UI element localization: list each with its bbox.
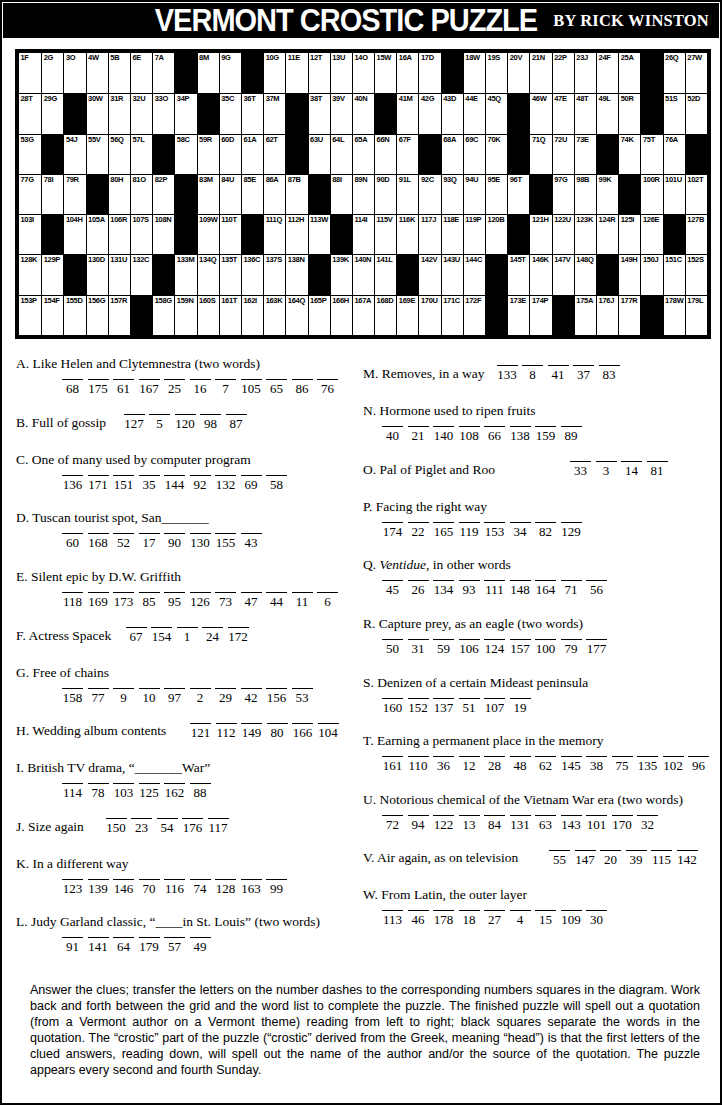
grid-cell-47E[interactable]: 47E <box>552 93 574 133</box>
grid-cell-114I[interactable]: 114I <box>352 214 374 254</box>
answer-cell-71[interactable]: 71 <box>561 580 582 597</box>
answer-cell-63[interactable]: 63 <box>535 815 556 832</box>
answer-cell-140[interactable]: 140 <box>433 426 454 443</box>
grid-cell-66N[interactable]: 66N <box>374 134 396 174</box>
answer-cell-20[interactable]: 20 <box>600 850 621 867</box>
answer-cell-69[interactable]: 69 <box>241 475 262 492</box>
answer-cell-131[interactable]: 131 <box>510 815 531 832</box>
grid-cell-16A[interactable]: 16A <box>396 53 418 93</box>
answer-cell-168[interactable]: 168 <box>88 533 109 550</box>
grid-cell-81O[interactable]: 81O <box>130 174 152 214</box>
answer-cell-174[interactable]: 174 <box>382 522 403 539</box>
answer-cell-84[interactable]: 84 <box>484 815 505 832</box>
grid-cell-117J[interactable]: 117J <box>418 214 440 254</box>
answer-cell-61[interactable]: 61 <box>113 379 134 396</box>
answer-cell-151[interactable]: 151 <box>113 475 134 492</box>
answer-cell-105[interactable]: 105 <box>241 379 262 396</box>
grid-cell-22P[interactable]: 22P <box>552 53 574 93</box>
answer-cell-43[interactable]: 43 <box>241 533 262 550</box>
answer-cell-141[interactable]: 141 <box>88 937 109 954</box>
grid-cell-123K[interactable]: 123K <box>574 214 596 254</box>
answer-cell-39[interactable]: 39 <box>626 850 647 867</box>
answer-cell-98[interactable]: 98 <box>200 414 221 431</box>
answer-cell-169[interactable]: 169 <box>88 592 109 609</box>
answer-cell-163[interactable]: 163 <box>241 879 262 896</box>
answer-cell-33[interactable]: 33 <box>570 461 591 478</box>
grid-cell-90D[interactable]: 90D <box>374 174 396 214</box>
grid-cell-157R[interactable]: 157R <box>108 295 130 335</box>
answer-cell-112[interactable]: 112 <box>216 723 237 740</box>
answer-cell-41[interactable]: 41 <box>548 365 569 382</box>
grid-cell-149H[interactable]: 149H <box>618 254 640 294</box>
grid-cell-105A[interactable]: 105A <box>86 214 108 254</box>
grid-cell-126E[interactable]: 126E <box>640 214 662 254</box>
grid-cell-85E[interactable]: 85E <box>241 174 263 214</box>
answer-cell-104[interactable]: 104 <box>318 723 339 740</box>
grid-cell-131U[interactable]: 131U <box>108 254 130 294</box>
answer-cell-50[interactable]: 50 <box>382 639 403 656</box>
grid-cell-112H[interactable]: 112H <box>285 214 307 254</box>
grid-cell-98B[interactable]: 98B <box>574 174 596 214</box>
answer-cell-56[interactable]: 56 <box>586 580 607 597</box>
grid-cell-14O[interactable]: 14O <box>352 53 374 93</box>
grid-cell-164Q[interactable]: 164Q <box>285 295 307 335</box>
grid-cell-65A[interactable]: 65A <box>352 134 374 174</box>
grid-cell-20V[interactable]: 20V <box>507 53 529 93</box>
answer-cell-145[interactable]: 145 <box>561 756 582 773</box>
grid-cell-166H[interactable]: 166H <box>330 295 352 335</box>
answer-cell-14[interactable]: 14 <box>621 461 642 478</box>
answer-cell-30[interactable]: 30 <box>586 910 607 927</box>
answer-cell-2[interactable]: 2 <box>190 688 211 705</box>
grid-cell-41M[interactable]: 41M <box>396 93 418 133</box>
answer-cell-97[interactable]: 97 <box>164 688 185 705</box>
answer-cell-54[interactable]: 54 <box>157 818 178 835</box>
grid-cell-116K[interactable]: 116K <box>396 214 418 254</box>
grid-cell-103I[interactable]: 103I <box>19 214 41 254</box>
grid-cell-140N[interactable]: 140N <box>352 254 374 294</box>
answer-cell-110[interactable]: 110 <box>408 756 429 773</box>
answer-cell-142[interactable]: 142 <box>677 850 698 867</box>
grid-cell-84U[interactable]: 84U <box>219 174 241 214</box>
answer-cell-9[interactable]: 9 <box>113 688 134 705</box>
answer-cell-12[interactable]: 12 <box>459 756 480 773</box>
grid-cell-63U[interactable]: 63U <box>308 134 330 174</box>
answer-cell-3[interactable]: 3 <box>596 461 617 478</box>
answer-cell-114[interactable]: 114 <box>62 783 83 800</box>
grid-cell-23J[interactable]: 23J <box>574 53 596 93</box>
answer-cell-57[interactable]: 57 <box>164 937 185 954</box>
answer-cell-86[interactable]: 86 <box>292 379 313 396</box>
answer-cell-125[interactable]: 125 <box>139 783 160 800</box>
answer-cell-155[interactable]: 155 <box>215 533 236 550</box>
answer-cell-37[interactable]: 37 <box>573 365 594 382</box>
answer-cell-27[interactable]: 27 <box>484 910 505 927</box>
answer-cell-96[interactable]: 96 <box>688 756 709 773</box>
grid-cell-167A[interactable]: 167A <box>352 295 374 335</box>
answer-cell-177[interactable]: 177 <box>586 639 607 656</box>
answer-cell-28[interactable]: 28 <box>484 756 505 773</box>
answer-cell-13[interactable]: 13 <box>459 815 480 832</box>
answer-cell-19[interactable]: 19 <box>510 698 531 715</box>
answer-cell-89[interactable]: 89 <box>561 426 582 443</box>
grid-cell-40N[interactable]: 40N <box>352 93 374 133</box>
grid-cell-172F[interactable]: 172F <box>463 295 485 335</box>
answer-cell-171[interactable]: 171 <box>88 475 109 492</box>
answer-cell-72[interactable]: 72 <box>382 815 403 832</box>
answer-cell-120[interactable]: 120 <box>175 414 196 431</box>
grid-cell-64L[interactable]: 64L <box>330 134 352 174</box>
answer-cell-16[interactable]: 16 <box>190 379 211 396</box>
grid-cell-50R[interactable]: 50R <box>618 93 640 133</box>
grid-cell-144C[interactable]: 144C <box>463 254 485 294</box>
answer-cell-38[interactable]: 38 <box>586 756 607 773</box>
grid-cell-133M[interactable]: 133M <box>174 254 196 294</box>
grid-cell-18W[interactable]: 18W <box>463 53 485 93</box>
answer-cell-40[interactable]: 40 <box>382 426 403 443</box>
answer-cell-93[interactable]: 93 <box>459 580 480 597</box>
grid-cell-110T[interactable]: 110T <box>219 214 241 254</box>
answer-cell-31[interactable]: 31 <box>408 639 429 656</box>
grid-cell-72U[interactable]: 72U <box>552 134 574 174</box>
answer-cell-117[interactable]: 117 <box>208 818 229 835</box>
grid-cell-74K[interactable]: 74K <box>618 134 640 174</box>
grid-cell-142V[interactable]: 142V <box>418 254 440 294</box>
grid-cell-7A[interactable]: 7A <box>152 53 174 93</box>
answer-cell-138[interactable]: 138 <box>510 426 531 443</box>
answer-cell-92[interactable]: 92 <box>190 475 211 492</box>
grid-cell-71Q[interactable]: 71Q <box>529 134 551 174</box>
grid-cell-109W[interactable]: 109W <box>197 214 219 254</box>
grid-cell-57L[interactable]: 57L <box>130 134 152 174</box>
answer-cell-68[interactable]: 68 <box>62 379 83 396</box>
grid-cell-162I[interactable]: 162I <box>241 295 263 335</box>
grid-cell-24F[interactable]: 24F <box>596 53 618 93</box>
grid-cell-154F[interactable]: 154F <box>41 295 63 335</box>
answer-cell-129[interactable]: 129 <box>561 522 582 539</box>
answer-cell-176[interactable]: 176 <box>182 818 203 835</box>
answer-cell-62[interactable]: 62 <box>535 756 556 773</box>
answer-cell-82[interactable]: 82 <box>535 522 556 539</box>
grid-cell-62T[interactable]: 62T <box>263 134 285 174</box>
answer-cell-102[interactable]: 102 <box>663 756 684 773</box>
answer-cell-1[interactable]: 1 <box>177 627 198 644</box>
answer-cell-17[interactable]: 17 <box>139 533 160 550</box>
answer-cell-106[interactable]: 106 <box>459 639 480 656</box>
answer-cell-70[interactable]: 70 <box>139 879 160 896</box>
grid-cell-130D[interactable]: 130D <box>86 254 108 294</box>
grid-cell-92C[interactable]: 92C <box>418 174 440 214</box>
answer-cell-179[interactable]: 179 <box>139 937 160 954</box>
answer-cell-64[interactable]: 64 <box>113 937 134 954</box>
grid-cell-175A[interactable]: 175A <box>574 295 596 335</box>
answer-cell-121[interactable]: 121 <box>190 723 211 740</box>
grid-cell-174P[interactable]: 174P <box>529 295 551 335</box>
answer-cell-137[interactable]: 137 <box>433 698 454 715</box>
grid-cell-61A[interactable]: 61A <box>241 134 263 174</box>
answer-cell-48[interactable]: 48 <box>510 756 531 773</box>
grid-cell-32U[interactable]: 32U <box>130 93 152 133</box>
grid-cell-124R[interactable]: 124R <box>596 214 618 254</box>
answer-cell-79[interactable]: 79 <box>561 639 582 656</box>
grid-cell-43D[interactable]: 43D <box>441 93 463 133</box>
grid-cell-138N[interactable]: 138N <box>285 254 307 294</box>
answer-cell-47[interactable]: 47 <box>241 592 262 609</box>
grid-cell-95E[interactable]: 95E <box>485 174 507 214</box>
grid-cell-101U[interactable]: 101U <box>663 174 685 214</box>
grid-cell-55V[interactable]: 55V <box>86 134 108 174</box>
answer-cell-6[interactable]: 6 <box>317 592 338 609</box>
answer-cell-143[interactable]: 143 <box>561 815 582 832</box>
grid-cell-94U[interactable]: 94U <box>463 174 485 214</box>
grid-cell-28T[interactable]: 28T <box>19 93 41 133</box>
grid-cell-19S[interactable]: 19S <box>485 53 507 93</box>
grid-cell-53G[interactable]: 53G <box>19 134 41 174</box>
grid-cell-143U[interactable]: 143U <box>441 254 463 294</box>
answer-cell-24[interactable]: 24 <box>202 627 223 644</box>
answer-cell-26[interactable]: 26 <box>408 580 429 597</box>
grid-cell-99K[interactable]: 99K <box>596 174 618 214</box>
answer-cell-23[interactable]: 23 <box>131 818 152 835</box>
answer-cell-36[interactable]: 36 <box>433 756 454 773</box>
grid-cell-177R[interactable]: 177R <box>618 295 640 335</box>
answer-cell-74[interactable]: 74 <box>190 879 211 896</box>
grid-cell-3O[interactable]: 3O <box>63 53 85 93</box>
grid-cell-108N[interactable]: 108N <box>152 214 174 254</box>
answer-cell-156[interactable]: 156 <box>266 688 287 705</box>
answer-cell-164[interactable]: 164 <box>535 580 556 597</box>
grid-cell-115V[interactable]: 115V <box>374 214 396 254</box>
answer-cell-144[interactable]: 144 <box>164 475 185 492</box>
answer-cell-73[interactable]: 73 <box>215 592 236 609</box>
grid-cell-159N[interactable]: 159N <box>174 295 196 335</box>
answer-cell-58[interactable]: 58 <box>266 475 287 492</box>
answer-cell-146[interactable]: 146 <box>113 879 134 896</box>
answer-cell-15[interactable]: 15 <box>535 910 556 927</box>
answer-cell-42[interactable]: 42 <box>241 688 262 705</box>
answer-cell-59[interactable]: 59 <box>433 639 454 656</box>
answer-cell-134[interactable]: 134 <box>433 580 454 597</box>
answer-cell-75[interactable]: 75 <box>612 756 633 773</box>
grid-cell-147V[interactable]: 147V <box>552 254 574 294</box>
answer-cell-95[interactable]: 95 <box>164 592 185 609</box>
answer-cell-148[interactable]: 148 <box>510 580 531 597</box>
answer-cell-130[interactable]: 130 <box>190 533 211 550</box>
grid-cell-54J[interactable]: 54J <box>63 134 85 174</box>
grid-cell-79R[interactable]: 79R <box>63 174 85 214</box>
answer-cell-32[interactable]: 32 <box>637 815 658 832</box>
grid-cell-12T[interactable]: 12T <box>308 53 330 93</box>
grid-cell-80H[interactable]: 80H <box>108 174 130 214</box>
grid-cell-6E[interactable]: 6E <box>130 53 152 93</box>
grid-cell-134Q[interactable]: 134Q <box>197 254 219 294</box>
grid-cell-100R[interactable]: 100R <box>640 174 662 214</box>
answer-cell-53[interactable]: 53 <box>292 688 313 705</box>
grid-cell-75T[interactable]: 75T <box>640 134 662 174</box>
grid-cell-113W[interactable]: 113W <box>308 214 330 254</box>
grid-cell-127B[interactable]: 127B <box>685 214 707 254</box>
grid-cell-49L[interactable]: 49L <box>596 93 618 133</box>
answer-cell-122[interactable]: 122 <box>433 815 454 832</box>
answer-cell-108[interactable]: 108 <box>459 426 480 443</box>
grid-cell-77G[interactable]: 77G <box>19 174 41 214</box>
answer-cell-167[interactable]: 167 <box>139 379 160 396</box>
grid-cell-15W[interactable]: 15W <box>374 53 396 93</box>
grid-cell-76A[interactable]: 76A <box>663 134 685 174</box>
grid-cell-1F[interactable]: 1F <box>19 53 41 93</box>
grid-cell-148Q[interactable]: 148Q <box>574 254 596 294</box>
grid-cell-97G[interactable]: 97G <box>552 174 574 214</box>
grid-cell-45Q[interactable]: 45Q <box>485 93 507 133</box>
grid-cell-25A[interactable]: 25A <box>618 53 640 93</box>
answer-cell-55[interactable]: 55 <box>549 850 570 867</box>
grid-cell-39V[interactable]: 39V <box>330 93 352 133</box>
answer-cell-147[interactable]: 147 <box>575 850 596 867</box>
answer-cell-139[interactable]: 139 <box>88 879 109 896</box>
answer-cell-90[interactable]: 90 <box>164 533 185 550</box>
answer-cell-78[interactable]: 78 <box>88 783 109 800</box>
answer-cell-116[interactable]: 116 <box>164 879 185 896</box>
grid-cell-36T[interactable]: 36T <box>241 93 263 133</box>
answer-cell-178[interactable]: 178 <box>433 910 454 927</box>
answer-cell-128[interactable]: 128 <box>215 879 236 896</box>
grid-cell-11E[interactable]: 11E <box>285 53 307 93</box>
grid-cell-51S[interactable]: 51S <box>663 93 685 133</box>
answer-cell-153[interactable]: 153 <box>484 522 505 539</box>
grid-cell-59R[interactable]: 59R <box>197 134 219 174</box>
grid-cell-86A[interactable]: 86A <box>263 174 285 214</box>
answer-cell-18[interactable]: 18 <box>459 910 480 927</box>
grid-cell-46W[interactable]: 46W <box>529 93 551 133</box>
grid-cell-10G[interactable]: 10G <box>263 53 285 93</box>
grid-cell-104H[interactable]: 104H <box>63 214 85 254</box>
grid-cell-38T[interactable]: 38T <box>308 93 330 133</box>
grid-cell-141L[interactable]: 141L <box>374 254 396 294</box>
grid-cell-13U[interactable]: 13U <box>330 53 352 93</box>
answer-cell-165[interactable]: 165 <box>433 522 454 539</box>
grid-cell-179L[interactable]: 179L <box>685 295 707 335</box>
answer-cell-34[interactable]: 34 <box>510 522 531 539</box>
grid-cell-2G[interactable]: 2G <box>41 53 63 93</box>
answer-cell-115[interactable]: 115 <box>651 850 672 867</box>
grid-cell-68A[interactable]: 68A <box>441 134 463 174</box>
grid-cell-37M[interactable]: 37M <box>263 93 285 133</box>
answer-cell-7[interactable]: 7 <box>215 379 236 396</box>
answer-cell-135[interactable]: 135 <box>637 756 658 773</box>
answer-cell-157[interactable]: 157 <box>510 639 531 656</box>
answer-cell-46[interactable]: 46 <box>408 910 429 927</box>
grid-cell-58C[interactable]: 58C <box>174 134 196 174</box>
grid-cell-156G[interactable]: 156G <box>86 295 108 335</box>
answer-cell-29[interactable]: 29 <box>215 688 236 705</box>
grid-cell-21N[interactable]: 21N <box>529 53 551 93</box>
answer-cell-159[interactable]: 159 <box>535 426 556 443</box>
grid-cell-33O[interactable]: 33O <box>152 93 174 133</box>
grid-cell-102T[interactable]: 102T <box>685 174 707 214</box>
grid-cell-5B[interactable]: 5B <box>108 53 130 93</box>
grid-cell-69C[interactable]: 69C <box>463 134 485 174</box>
grid-cell-128K[interactable]: 128K <box>19 254 41 294</box>
answer-cell-94[interactable]: 94 <box>408 815 429 832</box>
answer-cell-25[interactable]: 25 <box>164 379 185 396</box>
grid-cell-44E[interactable]: 44E <box>463 93 485 133</box>
answer-cell-175[interactable]: 175 <box>88 379 109 396</box>
answer-cell-100[interactable]: 100 <box>535 639 556 656</box>
grid-cell-111Q[interactable]: 111Q <box>263 214 285 254</box>
grid-cell-67F[interactable]: 67F <box>396 134 418 174</box>
grid-cell-135T[interactable]: 135T <box>219 254 241 294</box>
answer-cell-166[interactable]: 166 <box>292 723 313 740</box>
grid-cell-42G[interactable]: 42G <box>418 93 440 133</box>
answer-cell-83[interactable]: 83 <box>599 365 620 382</box>
grid-cell-73E[interactable]: 73E <box>574 134 596 174</box>
grid-cell-31R[interactable]: 31R <box>108 93 130 133</box>
answer-cell-87[interactable]: 87 <box>226 414 247 431</box>
grid-cell-165P[interactable]: 165P <box>308 295 330 335</box>
grid-cell-169E[interactable]: 169E <box>396 295 418 335</box>
answer-cell-161[interactable]: 161 <box>382 756 403 773</box>
grid-cell-163K[interactable]: 163K <box>263 295 285 335</box>
grid-cell-48T[interactable]: 48T <box>574 93 596 133</box>
grid-cell-4W[interactable]: 4W <box>86 53 108 93</box>
grid-cell-170U[interactable]: 170U <box>418 295 440 335</box>
grid-cell-171C[interactable]: 171C <box>441 295 463 335</box>
grid-cell-26Q[interactable]: 26Q <box>663 53 685 93</box>
answer-cell-103[interactable]: 103 <box>113 783 134 800</box>
grid-cell-27W[interactable]: 27W <box>685 53 707 93</box>
answer-cell-133[interactable]: 133 <box>497 365 518 382</box>
answer-cell-88[interactable]: 88 <box>190 783 211 800</box>
answer-cell-8[interactable]: 8 <box>522 365 543 382</box>
grid-cell-91L[interactable]: 91L <box>396 174 418 214</box>
grid-cell-139K[interactable]: 139K <box>330 254 352 294</box>
grid-cell-89N[interactable]: 89N <box>352 174 374 214</box>
grid-cell-160S[interactable]: 160S <box>197 295 219 335</box>
answer-cell-158[interactable]: 158 <box>62 688 83 705</box>
answer-cell-111[interactable]: 111 <box>484 580 505 597</box>
grid-cell-52D[interactable]: 52D <box>685 93 707 133</box>
grid-cell-9G[interactable]: 9G <box>219 53 241 93</box>
answer-cell-149[interactable]: 149 <box>241 723 262 740</box>
answer-cell-22[interactable]: 22 <box>408 522 429 539</box>
grid-cell-137S[interactable]: 137S <box>263 254 285 294</box>
grid-cell-125I[interactable]: 125I <box>618 214 640 254</box>
answer-cell-170[interactable]: 170 <box>612 815 633 832</box>
answer-cell-99[interactable]: 99 <box>266 879 287 896</box>
grid-cell-136C[interactable]: 136C <box>241 254 263 294</box>
answer-cell-126[interactable]: 126 <box>190 592 211 609</box>
answer-cell-76[interactable]: 76 <box>317 379 338 396</box>
grid-cell-129P[interactable]: 129P <box>41 254 63 294</box>
answer-cell-132[interactable]: 132 <box>215 475 236 492</box>
answer-cell-136[interactable]: 136 <box>62 475 83 492</box>
answer-cell-49[interactable]: 49 <box>190 937 211 954</box>
grid-cell-88I[interactable]: 88I <box>330 174 352 214</box>
answer-cell-52[interactable]: 52 <box>113 533 134 550</box>
grid-cell-145T[interactable]: 145T <box>507 254 529 294</box>
grid-cell-152S[interactable]: 152S <box>685 254 707 294</box>
answer-cell-60[interactable]: 60 <box>62 533 83 550</box>
answer-cell-91[interactable]: 91 <box>62 937 83 954</box>
grid-cell-8M[interactable]: 8M <box>197 53 219 93</box>
grid-cell-78I[interactable]: 78I <box>41 174 63 214</box>
grid-cell-35C[interactable]: 35C <box>219 93 241 133</box>
grid-cell-17D[interactable]: 17D <box>418 53 440 93</box>
grid-cell-122U[interactable]: 122U <box>552 214 574 254</box>
answer-cell-80[interactable]: 80 <box>267 723 288 740</box>
grid-cell-146K[interactable]: 146K <box>529 254 551 294</box>
grid-cell-106R[interactable]: 106R <box>108 214 130 254</box>
